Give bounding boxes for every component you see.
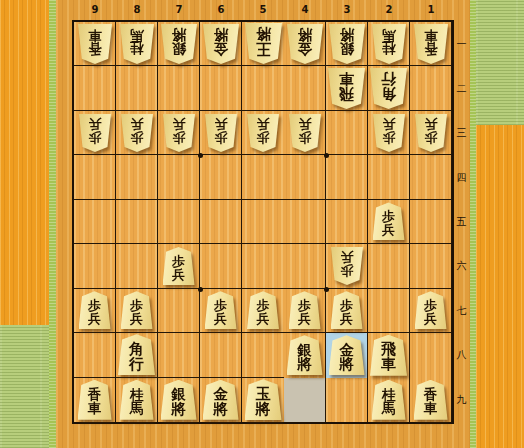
piece-silver-sente[interactable]: 銀將 [161,380,197,420]
piece-pawn-sente[interactable]: 歩兵 [373,202,405,240]
board-cell-8九[interactable]: 桂馬 [116,378,158,422]
board-cell-4四[interactable] [284,155,326,199]
board-cell-5四[interactable] [242,155,284,199]
piece-pawn-gote[interactable]: 歩兵 [205,114,237,152]
piece-king-sente[interactable]: 玉將 [245,379,282,420]
board-cell-4五[interactable] [284,200,326,244]
rank-label-八: 八 [457,348,467,362]
piece-pawn-gote[interactable]: 歩兵 [289,114,321,152]
piece-wrap: 香車 [78,380,112,420]
board-cell-2五[interactable]: 歩兵 [368,200,410,244]
board-cell-8四[interactable] [116,155,158,199]
piece-wrap: 桂馬 [120,24,154,64]
table-wood-left [0,0,49,325]
piece-wrap: 歩兵 [121,291,153,329]
piece-silver-sente[interactable]: 銀將 [287,335,323,375]
board-cell-3一[interactable]: 銀將 [326,22,368,66]
piece-bishop-gote[interactable]: 角行 [370,68,407,109]
piece-gold-gote[interactable]: 金將 [203,24,239,64]
board-cell-7三[interactable]: 歩兵 [158,111,200,155]
board-cell-6九[interactable]: 金將 [200,378,242,422]
board-cell-8二[interactable] [116,66,158,110]
board-cell-4二[interactable] [284,66,326,110]
board-cell-2四[interactable] [368,155,410,199]
piece-wrap: 角行 [118,334,155,375]
board-cell-9二[interactable] [74,66,116,110]
piece-wrap: 桂馬 [372,380,406,420]
rank-label-一: 一 [457,37,467,51]
piece-lance-sente[interactable]: 香車 [78,380,112,420]
piece-pawn-sente[interactable]: 歩兵 [247,291,279,329]
piece-bishop-sente[interactable]: 角行 [118,334,155,375]
rank-labels: 一二三四五六七八九 [455,22,468,422]
board-cell-9四[interactable] [74,155,116,199]
board-cell-5八[interactable] [242,333,284,377]
board-cell-9一[interactable]: 香車 [74,22,116,66]
piece-wrap: 歩兵 [373,114,405,152]
board-cell-4一[interactable]: 金將 [284,22,326,66]
board-cell-5九[interactable]: 玉將 [242,378,284,422]
board-cell-9八[interactable] [74,333,116,377]
board-cell-6八[interactable] [200,333,242,377]
board-cell-6三[interactable]: 歩兵 [200,111,242,155]
board-cell-5二[interactable] [242,66,284,110]
board-cell-1一[interactable]: 香車 [410,22,452,66]
piece-pawn-gote[interactable]: 歩兵 [79,114,111,152]
piece-pawn-gote[interactable]: 歩兵 [247,114,279,152]
piece-wrap: 歩兵 [331,291,363,329]
piece-wrap: 香車 [414,380,448,420]
star-point [324,287,329,292]
star-point [198,287,203,292]
piece-wrap: 歩兵 [121,114,153,152]
file-label-3: 3 [326,4,368,15]
piece-gold-gote[interactable]: 金將 [287,24,323,64]
board-cell-8七[interactable]: 歩兵 [116,289,158,333]
piece-pawn-sente[interactable]: 歩兵 [331,291,363,329]
piece-wrap: 銀將 [161,380,197,420]
board-cell-9五[interactable] [74,200,116,244]
board-cell-4三[interactable]: 歩兵 [284,111,326,155]
board-cell-4八[interactable]: 銀將 [284,333,326,377]
board-cell-4七[interactable]: 歩兵 [284,289,326,333]
board-cell-2六[interactable] [368,244,410,288]
board-cell-2三[interactable]: 歩兵 [368,111,410,155]
board-cell-1七[interactable]: 歩兵 [410,289,452,333]
piece-wrap: 香車 [78,24,112,64]
piece-wrap: 歩兵 [79,291,111,329]
board-cell-1六[interactable] [410,244,452,288]
board-cell-1九[interactable]: 香車 [410,378,452,422]
file-label-6: 6 [200,4,242,15]
piece-wrap: 桂馬 [120,380,154,420]
rank-label-七: 七 [457,304,467,318]
piece-wrap: 金將 [203,24,239,64]
piece-silver-gote[interactable]: 銀將 [329,24,365,64]
star-point [324,153,329,158]
piece-wrap: 歩兵 [163,247,195,285]
piece-pawn-gote[interactable]: 歩兵 [415,114,447,152]
piece-lance-gote[interactable]: 香車 [78,24,112,64]
piece-pawn-gote[interactable]: 歩兵 [163,114,195,152]
board-cell-5三[interactable]: 歩兵 [242,111,284,155]
board-cell-5一[interactable]: 王將 [242,22,284,66]
board-cell-9六[interactable] [74,244,116,288]
tatami-mat-bottom-left [0,325,49,448]
piece-wrap: 桂馬 [372,24,406,64]
piece-lance-sente[interactable]: 香車 [414,380,448,420]
piece-wrap: 歩兵 [289,114,321,152]
board-cell-6五[interactable] [200,200,242,244]
board-grid: 香車桂馬銀將金將王將金將銀將桂馬香車飛車角行歩兵歩兵歩兵歩兵歩兵歩兵歩兵歩兵歩兵… [72,20,454,424]
piece-pawn-gote[interactable]: 歩兵 [373,114,405,152]
piece-wrap: 歩兵 [205,291,237,329]
rank-label-四: 四 [457,171,467,185]
piece-knight-sente[interactable]: 桂馬 [372,380,406,420]
piece-wrap: 歩兵 [415,291,447,329]
board-cell-3九[interactable] [326,378,368,422]
board-cell-2七[interactable] [368,289,410,333]
board-cell-6一[interactable]: 金將 [200,22,242,66]
rank-label-九: 九 [457,393,467,407]
file-label-9: 9 [74,4,116,15]
board-cell-1四[interactable] [410,155,452,199]
rank-label-二: 二 [457,82,467,96]
piece-knight-gote[interactable]: 桂馬 [120,24,154,64]
board-cell-8一[interactable]: 桂馬 [116,22,158,66]
piece-pawn-sente[interactable]: 歩兵 [79,291,111,329]
piece-pawn-sente[interactable]: 歩兵 [121,291,153,329]
piece-wrap: 銀將 [287,335,323,375]
board-cell-7九[interactable]: 銀將 [158,378,200,422]
board-cell-6六[interactable] [200,244,242,288]
piece-knight-sente[interactable]: 桂馬 [120,380,154,420]
tatami-mat-top-right [476,0,524,125]
board-cell-6四[interactable] [200,155,242,199]
board-cell-1五[interactable] [410,200,452,244]
board-cell-8五[interactable] [116,200,158,244]
board-cell-7八[interactable] [158,333,200,377]
piece-wrap: 金將 [329,335,365,375]
board-cell-8六[interactable] [116,244,158,288]
piece-wrap: 歩兵 [331,247,363,285]
file-labels: 987654321 [74,4,452,15]
board-edge-strip-left [49,0,56,448]
board-cell-7六[interactable]: 歩兵 [158,244,200,288]
piece-wrap: 銀將 [329,24,365,64]
board-cell-4六[interactable] [284,244,326,288]
piece-wrap: 歩兵 [415,114,447,152]
board-cell-3二[interactable]: 飛車 [326,66,368,110]
piece-gold-sente[interactable]: 金將 [329,335,365,375]
board-cell-3五[interactable] [326,200,368,244]
piece-rook-gote[interactable]: 飛車 [328,68,365,109]
piece-lance-gote[interactable]: 香車 [414,24,448,64]
piece-pawn-sente[interactable]: 歩兵 [415,291,447,329]
piece-knight-gote[interactable]: 桂馬 [372,24,406,64]
piece-wrap: 王將 [245,23,282,64]
piece-gold-sente[interactable]: 金將 [203,380,239,420]
board-cell-7四[interactable] [158,155,200,199]
board-cell-3七[interactable]: 歩兵 [326,289,368,333]
board-cell-5五[interactable] [242,200,284,244]
piece-wrap: 歩兵 [205,114,237,152]
piece-wrap: 歩兵 [247,291,279,329]
piece-wrap: 歩兵 [289,291,321,329]
piece-pawn-gote[interactable]: 歩兵 [121,114,153,152]
piece-wrap: 金將 [203,380,239,420]
piece-wrap: 歩兵 [163,114,195,152]
board-cell-1八[interactable] [410,333,452,377]
rank-label-三: 三 [457,126,467,140]
board-cell-9七[interactable]: 歩兵 [74,289,116,333]
board-cell-2二[interactable]: 角行 [368,66,410,110]
board-cell-9三[interactable]: 歩兵 [74,111,116,155]
board-cell-1三[interactable]: 歩兵 [410,111,452,155]
board-cell-9九[interactable]: 香車 [74,378,116,422]
piece-wrap: 歩兵 [79,114,111,152]
file-label-1: 1 [410,4,452,15]
piece-wrap: 金將 [287,24,323,64]
piece-wrap: 玉將 [245,379,282,420]
piece-wrap: 銀將 [161,24,197,64]
board-cell-3六[interactable]: 歩兵 [326,244,368,288]
board-cell-8三[interactable]: 歩兵 [116,111,158,155]
board-cell-3八[interactable]: 金將 [326,333,368,377]
board-cell-5六[interactable] [242,244,284,288]
piece-wrap: 歩兵 [247,114,279,152]
board-cell-2八[interactable]: 飛車 [368,333,410,377]
star-point [198,153,203,158]
board-cell-7一[interactable]: 銀將 [158,22,200,66]
board-cell-1二[interactable] [410,66,452,110]
piece-wrap: 香車 [414,24,448,64]
file-label-2: 2 [368,4,410,15]
piece-king-gote[interactable]: 王將 [245,23,282,64]
board-cell-2九[interactable]: 桂馬 [368,378,410,422]
board-cell-7二[interactable] [158,66,200,110]
board-cell-3四[interactable] [326,155,368,199]
board-cell-2一[interactable]: 桂馬 [368,22,410,66]
board-cell-5七[interactable]: 歩兵 [242,289,284,333]
board-cell-3三[interactable] [326,111,368,155]
piece-pawn-sente[interactable]: 歩兵 [205,291,237,329]
rank-label-六: 六 [457,259,467,273]
rank-label-五: 五 [457,215,467,229]
board-cell-8八[interactable]: 角行 [116,333,158,377]
piece-silver-gote[interactable]: 銀將 [161,24,197,64]
piece-wrap: 飛車 [328,68,365,109]
board-cell-7五[interactable] [158,200,200,244]
piece-pawn-sente[interactable]: 歩兵 [289,291,321,329]
board-cell-6二[interactable] [200,66,242,110]
piece-wrap: 角行 [370,68,407,109]
board-cell-6七[interactable]: 歩兵 [200,289,242,333]
piece-rook-sente[interactable]: 飛車 [370,335,407,376]
board-cell-4九[interactable] [284,378,326,422]
piece-wrap: 歩兵 [373,202,405,240]
shogi-game-screen: 987654321 一二三四五六七八九 香車桂馬銀將金將王將金將銀將桂馬香車飛車… [0,0,524,448]
file-label-4: 4 [284,4,326,15]
board-cell-7七[interactable] [158,289,200,333]
table-wood-right [476,125,524,448]
file-label-5: 5 [242,4,284,15]
piece-wrap: 飛車 [370,335,407,376]
piece-pawn-sente[interactable]: 歩兵 [163,247,195,285]
file-label-8: 8 [116,4,158,15]
piece-pawn-gote[interactable]: 歩兵 [331,247,363,285]
file-label-7: 7 [158,4,200,15]
